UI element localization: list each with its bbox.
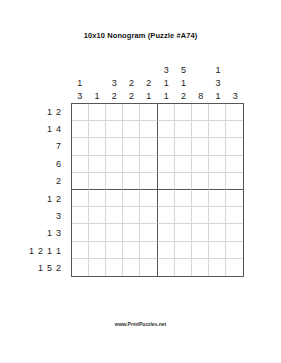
grid-cell-r10c8[interactable]	[192, 259, 209, 276]
grid-cell-r2c8[interactable]	[192, 121, 209, 138]
row-clue-5: 2	[0, 173, 66, 190]
grid-cell-r2c5[interactable]	[140, 121, 157, 138]
grid-cell-r7c2[interactable]	[89, 207, 106, 224]
clue-number: 1	[47, 228, 52, 238]
grid-cell-r9c8[interactable]	[192, 242, 209, 259]
clue-number: 5	[181, 64, 186, 77]
grid-cell-r3c5[interactable]	[140, 138, 157, 155]
grid-cell-r10c3[interactable]	[106, 259, 123, 276]
row-clues: 1214762123131211152	[0, 103, 66, 277]
grid-cell-r9c6[interactable]	[158, 242, 175, 259]
grid-cell-r9c10[interactable]	[226, 242, 243, 259]
grid-cell-r8c1[interactable]	[72, 224, 89, 241]
clue-number: 2	[112, 90, 117, 103]
grid-cell-r6c5[interactable]	[140, 190, 157, 207]
clue-number: 1	[216, 64, 221, 77]
row-clue-6: 12	[0, 190, 66, 207]
clue-number: 3	[233, 90, 238, 103]
grid-cell-r6c1[interactable]	[72, 190, 89, 207]
grid-cell-r5c4[interactable]	[123, 173, 140, 190]
clue-number: 2	[38, 246, 43, 256]
clue-number: 8	[198, 90, 203, 103]
row-clue-1: 12	[0, 103, 66, 120]
grid-cell-r9c7[interactable]	[175, 242, 192, 259]
clue-number: 1	[56, 246, 61, 256]
grid-cell-r3c6[interactable]	[158, 138, 175, 155]
grid-cell-r5c1[interactable]	[72, 173, 89, 190]
grid-cell-r6c10[interactable]	[226, 190, 243, 207]
grid-cell-r8c4[interactable]	[123, 224, 140, 241]
grid-cell-r4c4[interactable]	[123, 156, 140, 173]
clue-number: 1	[77, 77, 82, 90]
column-clue-9: 131	[209, 58, 226, 103]
grid-cell-r8c3[interactable]	[106, 224, 123, 241]
column-clues: 13132222131151281313	[71, 58, 244, 103]
clue-number: 3	[216, 77, 221, 90]
grid-cell-r9c1[interactable]	[72, 242, 89, 259]
grid-cell-r8c2[interactable]	[89, 224, 106, 241]
clue-number: 2	[129, 77, 134, 90]
column-clue-7: 512	[175, 58, 192, 103]
grid-cell-r10c7[interactable]	[175, 259, 192, 276]
page-title: 10x10 Nonogram (Puzzle #A74)	[0, 31, 281, 40]
grid-cell-r6c7[interactable]	[175, 190, 192, 207]
grid-cell-r7c4[interactable]	[123, 207, 140, 224]
grid-cell-r5c6[interactable]	[158, 173, 175, 190]
grid-cell-r8c6[interactable]	[158, 224, 175, 241]
column-clue-6: 311	[157, 58, 174, 103]
clue-number: 3	[164, 64, 169, 77]
column-clue-8: 8	[192, 58, 209, 103]
grid-cell-r10c10[interactable]	[226, 259, 243, 276]
grid-cell-r10c6[interactable]	[158, 259, 175, 276]
clue-number: 2	[56, 194, 61, 204]
nonogram-page: 10x10 Nonogram (Puzzle #A74) 13132222131…	[0, 0, 281, 363]
column-clue-4: 22	[123, 58, 140, 103]
grid-cell-r2c2[interactable]	[89, 121, 106, 138]
clue-number: 1	[164, 77, 169, 90]
grid-cell-r8c10[interactable]	[226, 224, 243, 241]
grid-cell-r4c7[interactable]	[175, 156, 192, 173]
row-clue-4: 6	[0, 155, 66, 172]
grid-cell-r4c1[interactable]	[72, 156, 89, 173]
grid-cell-r5c9[interactable]	[209, 173, 226, 190]
grid-cell-r1c8[interactable]	[192, 104, 209, 121]
grid-cell-r5c7[interactable]	[175, 173, 192, 190]
grid-cell-r1c6[interactable]	[158, 104, 175, 121]
grid-cell-r2c3[interactable]	[106, 121, 123, 138]
grid-cell-r10c1[interactable]	[72, 259, 89, 276]
clue-number: 1	[146, 90, 151, 103]
grid-cell-r8c7[interactable]	[175, 224, 192, 241]
grid-cell-r3c4[interactable]	[123, 138, 140, 155]
grid-cell-r7c3[interactable]	[106, 207, 123, 224]
grid-cell-r7c10[interactable]	[226, 207, 243, 224]
clue-number: 6	[56, 159, 61, 169]
grid-cell-r1c1[interactable]	[72, 104, 89, 121]
clue-number: 1	[216, 90, 221, 103]
clue-number: 1	[38, 263, 43, 273]
clue-number: 1	[94, 90, 99, 103]
grid-cell-r3c9[interactable]	[209, 138, 226, 155]
grid-cell-r2c1[interactable]	[72, 121, 89, 138]
grid-cell-r6c2[interactable]	[89, 190, 106, 207]
grid-cell-r4c5[interactable]	[140, 156, 157, 173]
column-clue-1: 13	[71, 58, 88, 103]
grid-cell-r4c2[interactable]	[89, 156, 106, 173]
grid-cell-r9c5[interactable]	[140, 242, 157, 259]
clue-number: 1	[164, 90, 169, 103]
grid-cell-r3c1[interactable]	[72, 138, 89, 155]
clue-number: 5	[47, 263, 52, 273]
grid-cell-r1c7[interactable]	[175, 104, 192, 121]
grid-cell-r1c3[interactable]	[106, 104, 123, 121]
clue-number: 2	[56, 107, 61, 117]
grid-cell-r4c8[interactable]	[192, 156, 209, 173]
clue-number: 2	[56, 176, 61, 186]
clue-number: 1	[47, 194, 52, 204]
clue-number: 1	[47, 124, 52, 134]
grid-cell-r9c3[interactable]	[106, 242, 123, 259]
grid-cell-r3c3[interactable]	[106, 138, 123, 155]
grid-cell-r9c4[interactable]	[123, 242, 140, 259]
clue-number: 2	[181, 90, 186, 103]
grid-cell-r9c9[interactable]	[209, 242, 226, 259]
grid-cell-r10c4[interactable]	[123, 259, 140, 276]
clue-number: 1	[181, 77, 186, 90]
grid-cell-r4c3[interactable]	[106, 156, 123, 173]
grid-cell-r3c2[interactable]	[89, 138, 106, 155]
grid-cell-r4c10[interactable]	[226, 156, 243, 173]
grid-cell-r5c3[interactable]	[106, 173, 123, 190]
grid-cell-r6c8[interactable]	[192, 190, 209, 207]
grid-cell-r5c10[interactable]	[226, 173, 243, 190]
grid-cell-r1c5[interactable]	[140, 104, 157, 121]
grid-cell-r7c8[interactable]	[192, 207, 209, 224]
clue-number: 2	[56, 263, 61, 273]
grid-cell-r8c8[interactable]	[192, 224, 209, 241]
grid-cell-r2c7[interactable]	[175, 121, 192, 138]
grid-cell-r7c5[interactable]	[140, 207, 157, 224]
grid-cell-r6c6[interactable]	[158, 190, 175, 207]
grid-cell-r4c6[interactable]	[158, 156, 175, 173]
row-clue-2: 14	[0, 120, 66, 137]
grid-cell-r9c2[interactable]	[89, 242, 106, 259]
grid-cell-r6c3[interactable]	[106, 190, 123, 207]
grid-cell-r7c9[interactable]	[209, 207, 226, 224]
grid-cell-r3c7[interactable]	[175, 138, 192, 155]
clue-number: 1	[47, 246, 52, 256]
grid-cell-r2c9[interactable]	[209, 121, 226, 138]
grid-cell-r7c1[interactable]	[72, 207, 89, 224]
clue-number: 3	[112, 77, 117, 90]
row-clue-9: 1211	[0, 242, 66, 259]
grid-cell-r4c9[interactable]	[209, 156, 226, 173]
column-clue-10: 3	[227, 58, 244, 103]
grid-cell-r5c2[interactable]	[89, 173, 106, 190]
grid-cell-r8c9[interactable]	[209, 224, 226, 241]
grid-cell-r5c5[interactable]	[140, 173, 157, 190]
row-clue-8: 13	[0, 225, 66, 242]
row-clue-10: 152	[0, 260, 66, 277]
row-clue-3: 7	[0, 138, 66, 155]
clue-number: 1	[47, 107, 52, 117]
grid-cell-r2c4[interactable]	[123, 121, 140, 138]
grid-cell-r7c7[interactable]	[175, 207, 192, 224]
grid-cell-r5c8[interactable]	[192, 173, 209, 190]
grid-cell-r8c5[interactable]	[140, 224, 157, 241]
grid-cell-r1c4[interactable]	[123, 104, 140, 121]
grid-cell-r10c5[interactable]	[140, 259, 157, 276]
grid-cell-r6c4[interactable]	[123, 190, 140, 207]
nonogram-grid	[71, 103, 244, 277]
grid-cell-r1c10[interactable]	[226, 104, 243, 121]
column-clue-2: 1	[88, 58, 105, 103]
clue-number: 3	[56, 211, 61, 221]
grid-cell-r2c6[interactable]	[158, 121, 175, 138]
clue-number: 3	[56, 228, 61, 238]
grid-cell-r1c9[interactable]	[209, 104, 226, 121]
clue-number: 4	[56, 124, 61, 134]
grid-cell-r10c2[interactable]	[89, 259, 106, 276]
row-clue-7: 3	[0, 207, 66, 224]
grid-cell-r1c2[interactable]	[89, 104, 106, 121]
footer-url: www.PrintPuzzles.net	[0, 321, 281, 327]
clue-number: 2	[146, 77, 151, 90]
grid-cell-r3c10[interactable]	[226, 138, 243, 155]
clue-number: 2	[129, 90, 134, 103]
grid-cell-r10c9[interactable]	[209, 259, 226, 276]
grid-cell-r3c8[interactable]	[192, 138, 209, 155]
column-clue-5: 21	[140, 58, 157, 103]
clue-number: 1	[29, 246, 34, 256]
grid-cell-r7c6[interactable]	[158, 207, 175, 224]
column-clue-3: 32	[106, 58, 123, 103]
grid-cell-r2c10[interactable]	[226, 121, 243, 138]
clue-number: 3	[77, 90, 82, 103]
grid-cell-r6c9[interactable]	[209, 190, 226, 207]
clue-number: 7	[56, 141, 61, 151]
